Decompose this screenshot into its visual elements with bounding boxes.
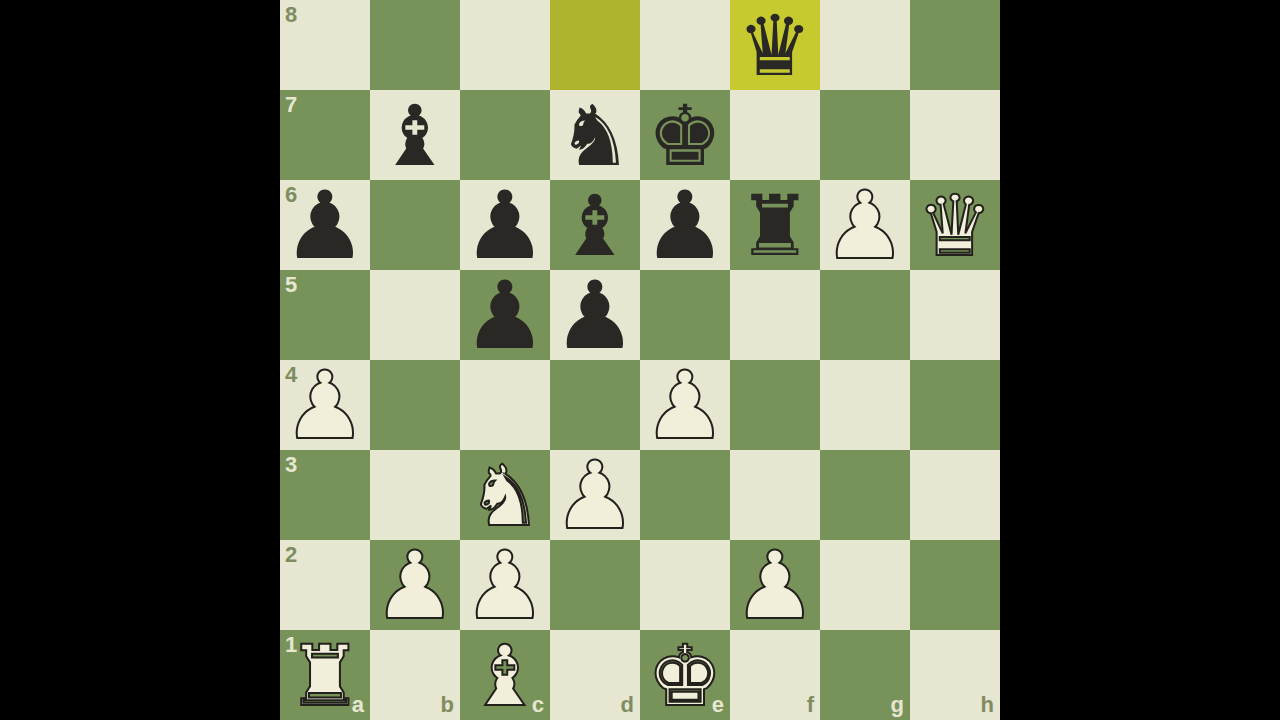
square-b7[interactable]: ♝ bbox=[370, 90, 460, 180]
chess-board: 8♛7♝♞♚6♟♟♝♟♜♟♛5♟♟4♟♟3♞♟2♟♟♟1a♜bc♝de♚fgh bbox=[280, 0, 1000, 720]
white-queen[interactable]: ♛ bbox=[917, 181, 992, 271]
square-a3[interactable]: 3 bbox=[280, 450, 370, 540]
white-pawn[interactable]: ♟ bbox=[463, 541, 547, 631]
square-d5[interactable]: ♟ bbox=[550, 270, 640, 360]
black-bishop[interactable]: ♝ bbox=[557, 181, 632, 271]
file-label-b: b bbox=[441, 694, 454, 716]
square-a4[interactable]: 4♟ bbox=[280, 360, 370, 450]
black-knight[interactable]: ♞ bbox=[557, 91, 632, 181]
square-e7[interactable]: ♚ bbox=[640, 90, 730, 180]
rank-label-8: 8 bbox=[285, 4, 297, 26]
square-f5[interactable] bbox=[730, 270, 820, 360]
square-h5[interactable] bbox=[910, 270, 1000, 360]
square-c6[interactable]: ♟ bbox=[460, 180, 550, 270]
square-c5[interactable]: ♟ bbox=[460, 270, 550, 360]
square-b4[interactable] bbox=[370, 360, 460, 450]
square-b5[interactable] bbox=[370, 270, 460, 360]
square-b6[interactable] bbox=[370, 180, 460, 270]
rank-label-5: 5 bbox=[285, 274, 297, 296]
square-g4[interactable] bbox=[820, 360, 910, 450]
square-g2[interactable] bbox=[820, 540, 910, 630]
black-pawn[interactable]: ♟ bbox=[463, 181, 547, 271]
letterbox-right bbox=[1000, 0, 1280, 720]
white-pawn[interactable]: ♟ bbox=[373, 541, 457, 631]
square-f3[interactable] bbox=[730, 450, 820, 540]
square-b2[interactable]: ♟ bbox=[370, 540, 460, 630]
black-bishop[interactable]: ♝ bbox=[377, 91, 452, 181]
square-b1[interactable]: b bbox=[370, 630, 460, 720]
black-king[interactable]: ♚ bbox=[647, 91, 722, 181]
square-c7[interactable] bbox=[460, 90, 550, 180]
white-pawn[interactable]: ♟ bbox=[823, 181, 907, 271]
white-pawn[interactable]: ♟ bbox=[553, 451, 637, 541]
square-c2[interactable]: ♟ bbox=[460, 540, 550, 630]
square-e5[interactable] bbox=[640, 270, 730, 360]
square-f4[interactable] bbox=[730, 360, 820, 450]
white-rook[interactable]: ♜ bbox=[287, 631, 362, 720]
rank-label-7: 7 bbox=[285, 94, 297, 116]
file-label-d: d bbox=[621, 694, 634, 716]
file-label-g: g bbox=[891, 694, 904, 716]
square-e8[interactable] bbox=[640, 0, 730, 90]
square-e2[interactable] bbox=[640, 540, 730, 630]
square-f7[interactable] bbox=[730, 90, 820, 180]
square-h8[interactable] bbox=[910, 0, 1000, 90]
square-e6[interactable]: ♟ bbox=[640, 180, 730, 270]
video-frame: 8♛7♝♞♚6♟♟♝♟♜♟♛5♟♟4♟♟3♞♟2♟♟♟1a♜bc♝de♚fgh bbox=[0, 0, 1280, 720]
square-d2[interactable] bbox=[550, 540, 640, 630]
square-d4[interactable] bbox=[550, 360, 640, 450]
square-g5[interactable] bbox=[820, 270, 910, 360]
rank-label-2: 2 bbox=[285, 544, 297, 566]
square-c4[interactable] bbox=[460, 360, 550, 450]
black-pawn[interactable]: ♟ bbox=[643, 181, 727, 271]
square-c3[interactable]: ♞ bbox=[460, 450, 550, 540]
square-b3[interactable] bbox=[370, 450, 460, 540]
square-d1[interactable]: d bbox=[550, 630, 640, 720]
square-h6[interactable]: ♛ bbox=[910, 180, 1000, 270]
square-h2[interactable] bbox=[910, 540, 1000, 630]
square-d7[interactable]: ♞ bbox=[550, 90, 640, 180]
black-pawn[interactable]: ♟ bbox=[283, 181, 367, 271]
white-pawn[interactable]: ♟ bbox=[283, 361, 367, 451]
square-h1[interactable]: h bbox=[910, 630, 1000, 720]
square-e1[interactable]: e♚ bbox=[640, 630, 730, 720]
square-h3[interactable] bbox=[910, 450, 1000, 540]
square-f1[interactable]: f bbox=[730, 630, 820, 720]
file-label-h: h bbox=[981, 694, 994, 716]
white-pawn[interactable]: ♟ bbox=[733, 541, 817, 631]
square-d8[interactable] bbox=[550, 0, 640, 90]
square-g6[interactable]: ♟ bbox=[820, 180, 910, 270]
black-pawn[interactable]: ♟ bbox=[463, 271, 547, 361]
square-g7[interactable] bbox=[820, 90, 910, 180]
white-king[interactable]: ♚ bbox=[647, 631, 722, 720]
square-a2[interactable]: 2 bbox=[280, 540, 370, 630]
square-e3[interactable] bbox=[640, 450, 730, 540]
white-pawn[interactable]: ♟ bbox=[643, 361, 727, 451]
square-a7[interactable]: 7 bbox=[280, 90, 370, 180]
square-f8[interactable]: ♛ bbox=[730, 0, 820, 90]
square-e4[interactable]: ♟ bbox=[640, 360, 730, 450]
square-h4[interactable] bbox=[910, 360, 1000, 450]
square-b8[interactable] bbox=[370, 0, 460, 90]
square-a1[interactable]: 1a♜ bbox=[280, 630, 370, 720]
square-h7[interactable] bbox=[910, 90, 1000, 180]
black-pawn[interactable]: ♟ bbox=[553, 271, 637, 361]
square-d3[interactable]: ♟ bbox=[550, 450, 640, 540]
square-f6[interactable]: ♜ bbox=[730, 180, 820, 270]
square-f2[interactable]: ♟ bbox=[730, 540, 820, 630]
rank-label-3: 3 bbox=[285, 454, 297, 476]
letterbox-left bbox=[0, 0, 280, 720]
file-label-f: f bbox=[807, 694, 814, 716]
white-bishop[interactable]: ♝ bbox=[467, 631, 542, 720]
square-g3[interactable] bbox=[820, 450, 910, 540]
square-a6[interactable]: 6♟ bbox=[280, 180, 370, 270]
white-knight[interactable]: ♞ bbox=[467, 451, 542, 541]
square-g8[interactable] bbox=[820, 0, 910, 90]
square-c1[interactable]: c♝ bbox=[460, 630, 550, 720]
square-a8[interactable]: 8 bbox=[280, 0, 370, 90]
black-queen[interactable]: ♛ bbox=[737, 1, 812, 91]
square-a5[interactable]: 5 bbox=[280, 270, 370, 360]
black-rook[interactable]: ♜ bbox=[737, 181, 812, 271]
square-g1[interactable]: g bbox=[820, 630, 910, 720]
square-d6[interactable]: ♝ bbox=[550, 180, 640, 270]
square-c8[interactable] bbox=[460, 0, 550, 90]
